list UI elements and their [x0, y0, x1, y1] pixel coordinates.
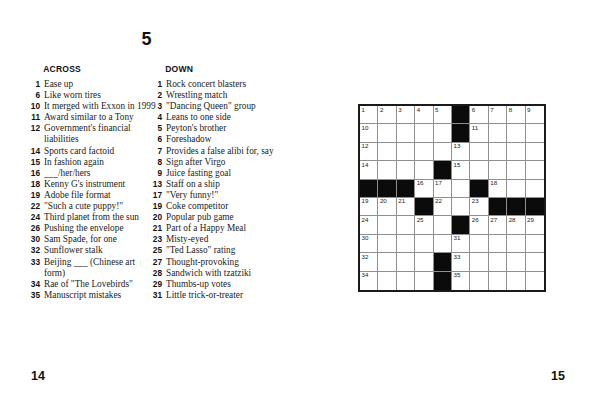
cell-number: 13 [453, 143, 460, 150]
grid-cell-r3c3 [397, 143, 415, 161]
clue-text: Misty-eyed [166, 234, 286, 245]
clue-text: Third planet from the sun [44, 212, 156, 223]
clue-number: 2 [150, 90, 162, 101]
clue-text: Sports card factoid [44, 146, 156, 157]
cell-number: 32 [362, 254, 369, 261]
clue-number: 7 [150, 146, 162, 157]
clue-across-30: 30Sam Spade, for one [28, 234, 158, 245]
clue-text: Manuscript mistakes [44, 290, 156, 301]
clue-down-6: 6Foreshadow [150, 134, 286, 145]
cell-number: 9 [527, 107, 530, 114]
clue-text: Juice fasting goal [166, 168, 286, 179]
grid-cell-r10c7 [470, 272, 488, 290]
clue-down-19: 19Coke competitor [150, 201, 286, 212]
clue-down-28: 28Sandwich with tzatziki [150, 268, 286, 279]
grid-cell-r2c10 [526, 124, 544, 142]
grid-cell-r1c6 [452, 106, 470, 124]
clue-number: 19 [28, 190, 40, 201]
clue-down-20: 20Popular pub game [150, 212, 286, 223]
clue-text: Wrestling match [166, 90, 286, 101]
clue-number: 18 [28, 179, 40, 190]
clue-number: 4 [150, 112, 162, 123]
clue-across-11: 11Award similar to a Tony [28, 112, 158, 123]
grid-cell-r6c9 [507, 198, 525, 216]
grid-cell-r6c5: 22 [434, 198, 452, 216]
cell-number: 21 [398, 198, 405, 205]
down-clues-column: DOWN 1Rock concert blasters2Wrestling ma… [150, 64, 286, 301]
clue-text: ___/her/hers [44, 168, 156, 179]
grid-cell-r6c1: 19 [360, 198, 378, 216]
cell-number: 14 [362, 162, 369, 169]
grid-cell-r5c7 [470, 180, 488, 198]
clue-text: Sunflower stalk [44, 245, 156, 256]
grid-cell-r5c1 [360, 180, 378, 198]
grid-cell-r4c4 [415, 161, 433, 179]
grid-cell-r4c2 [378, 161, 396, 179]
cell-number: 16 [417, 180, 424, 187]
grid-cell-r9c4 [415, 253, 433, 271]
grid-cell-r7c8: 27 [489, 216, 507, 234]
clue-text: Part of a Happy Meal [166, 223, 286, 234]
clue-text: Popular pub game [166, 212, 286, 223]
across-header: ACROSS [28, 64, 152, 74]
cell-number: 27 [490, 217, 497, 224]
clue-text: "Dancing Queen" group [166, 101, 286, 112]
grid-cell-r6c10 [526, 198, 544, 216]
clue-text: Staff on a ship [166, 179, 286, 190]
grid-cell-r10c9 [507, 272, 525, 290]
grid-cell-r3c5 [434, 143, 452, 161]
grid-cell-r3c10 [526, 143, 544, 161]
page-number-left: 14 [31, 369, 45, 383]
clue-across-6: 6Like worn tires [28, 90, 158, 101]
cell-number: 22 [435, 198, 442, 205]
grid-cell-r5c8: 18 [489, 180, 507, 198]
clue-down-4: 4Leans to one side [150, 112, 286, 123]
clue-across-18: 18Kenny G's instrument [28, 179, 158, 190]
cell-number: 12 [362, 143, 369, 150]
grid-cell-r4c3 [397, 161, 415, 179]
grid-cell-r1c5: 5 [434, 106, 452, 124]
grid-cell-r2c3 [397, 124, 415, 142]
grid-cell-r9c10 [526, 253, 544, 271]
grid-cell-r1c10: 9 [526, 106, 544, 124]
cell-number: 26 [472, 217, 479, 224]
clue-number: 16 [28, 168, 40, 179]
clue-number: 22 [28, 201, 40, 212]
grid-cell-r5c2 [378, 180, 396, 198]
clue-across-16: 16___/her/hers [28, 168, 158, 179]
clue-number: 15 [28, 157, 40, 168]
grid-cell-r1c4: 4 [415, 106, 433, 124]
clue-text: In fashion again [44, 157, 156, 168]
grid-cell-r1c7: 6 [470, 106, 488, 124]
clue-across-35: 35Manuscript mistakes [28, 290, 158, 301]
clue-number: 3 [150, 101, 162, 112]
grid-cell-r2c6 [452, 124, 470, 142]
clue-down-21: 21Part of a Happy Meal [150, 223, 286, 234]
grid-cell-r8c4 [415, 235, 433, 253]
clue-across-14: 14Sports card factoid [28, 146, 158, 157]
clue-down-29: 29Thumbs-up votes [150, 279, 286, 290]
grid-cell-r3c2 [378, 143, 396, 161]
grid-cell-r3c4 [415, 143, 433, 161]
clue-text: Sam Spade, for one [44, 234, 156, 245]
grid-cell-r10c10 [526, 272, 544, 290]
grid-cell-r8c3 [397, 235, 415, 253]
clue-text: Rae of "The Lovebirds" [44, 279, 156, 290]
grid-cell-r9c1: 32 [360, 253, 378, 271]
grid-cell-r6c8 [489, 198, 507, 216]
grid-cell-r8c8 [489, 235, 507, 253]
clue-across-26: 26Pushing the envelope [28, 223, 158, 234]
cell-number: 7 [490, 107, 493, 114]
grid-cell-r7c10: 29 [526, 216, 544, 234]
cell-number: 33 [453, 254, 460, 261]
clue-number: 29 [150, 279, 162, 290]
clue-number: 27 [150, 257, 162, 268]
cell-number: 4 [417, 107, 420, 114]
clue-text: Foreshadow [166, 134, 286, 145]
grid-cell-r8c9 [507, 235, 525, 253]
clue-number: 12 [28, 123, 40, 134]
clue-text: Adobe file format [44, 190, 156, 201]
grid-cell-r2c2 [378, 124, 396, 142]
cell-number: 3 [398, 107, 401, 114]
clue-down-23: 23Misty-eyed [150, 234, 286, 245]
cell-number: 35 [453, 272, 460, 279]
grid-cell-r8c5 [434, 235, 452, 253]
cell-number: 10 [362, 125, 369, 132]
clue-number: 10 [28, 101, 40, 112]
grid-cell-r1c8: 7 [489, 106, 507, 124]
cell-number: 15 [453, 162, 460, 169]
clue-across-24: 24Third planet from the sun [28, 212, 158, 223]
clue-down-17: 17"Very funny!" [150, 190, 286, 201]
clue-number: 6 [28, 90, 40, 101]
grid-cell-r2c9 [507, 124, 525, 142]
clue-number: 8 [150, 157, 162, 168]
cell-number: 6 [472, 107, 475, 114]
grid-cell-r3c9 [507, 143, 525, 161]
cell-number: 34 [362, 272, 369, 279]
clue-number: 26 [28, 223, 40, 234]
clue-number: 17 [150, 190, 162, 201]
across-clues-column: ACROSS 1Ease up6Like worn tires10It merg… [28, 64, 158, 301]
clue-text: It merged with Exxon in 1999 [44, 101, 156, 112]
grid-cell-r6c2: 20 [378, 198, 396, 216]
clue-number: 1 [28, 79, 40, 90]
clue-text: Government's financial liabilities [44, 123, 156, 145]
grid-cell-r6c3: 21 [397, 198, 415, 216]
grid-cell-r4c9 [507, 161, 525, 179]
clue-text: Rock concert blasters [166, 79, 286, 90]
grid-cell-r5c3 [397, 180, 415, 198]
grid-cell-r7c4: 25 [415, 216, 433, 234]
grid-cell-r5c9 [507, 180, 525, 198]
grid-cell-r4c10 [526, 161, 544, 179]
clue-text: Thought-provoking [166, 257, 286, 268]
clue-down-7: 7Provides a false alibi for, say [150, 146, 286, 157]
across-clue-list: 1Ease up6Like worn tires10It merged with… [28, 79, 158, 301]
down-clue-list: 1Rock concert blasters2Wrestling match3"… [150, 79, 286, 301]
clue-text: Pushing the envelope [44, 223, 156, 234]
grid-cell-r3c1: 12 [360, 143, 378, 161]
grid-cell-r6c4 [415, 198, 433, 216]
clue-down-25: 25"Ted Lasso" rating [150, 245, 286, 256]
grid-cell-r5c5: 17 [434, 180, 452, 198]
grid-cell-r6c6 [452, 198, 470, 216]
clue-number: 23 [150, 234, 162, 245]
grid-cell-r8c2 [378, 235, 396, 253]
clue-down-5: 5Peyton's brother [150, 123, 286, 134]
grid-cell-r6c7: 23 [470, 198, 488, 216]
grid-cell-r1c9: 8 [507, 106, 525, 124]
grid-cell-r2c8 [489, 124, 507, 142]
clue-down-1: 1Rock concert blasters [150, 79, 286, 90]
grid-cell-r8c1: 30 [360, 235, 378, 253]
cell-number: 8 [509, 107, 512, 114]
grid-cell-r9c6: 33 [452, 253, 470, 271]
clue-text: "Ted Lasso" rating [166, 245, 286, 256]
clue-text: Like worn tires [44, 90, 156, 101]
grid-cell-r7c7: 26 [470, 216, 488, 234]
clue-down-27: 27Thought-provoking [150, 257, 286, 268]
clue-number: 20 [150, 212, 162, 223]
clue-number: 11 [28, 112, 40, 123]
grid-cell-r2c7: 11 [470, 124, 488, 142]
clue-number: 13 [150, 179, 162, 190]
clue-number: 35 [28, 290, 40, 301]
grid-cell-r3c8 [489, 143, 507, 161]
cell-number: 18 [490, 180, 497, 187]
cell-number: 2 [380, 107, 383, 114]
cell-number: 5 [435, 107, 438, 114]
clue-across-10: 10It merged with Exxon in 1999 [28, 101, 158, 112]
grid-cell-r7c6 [452, 216, 470, 234]
grid-cell-r7c3 [397, 216, 415, 234]
cell-number: 17 [435, 180, 442, 187]
grid-cell-r9c8 [489, 253, 507, 271]
grid-cell-r4c1: 14 [360, 161, 378, 179]
grid-cell-r9c2 [378, 253, 396, 271]
clue-down-8: 8Sign after Virgo [150, 157, 286, 168]
cell-number: 29 [527, 217, 534, 224]
page-number-right: 15 [551, 369, 565, 383]
grid-cell-r9c9 [507, 253, 525, 271]
grid-cell-r5c4: 16 [415, 180, 433, 198]
clue-text: Thumbs-up votes [166, 279, 286, 290]
clue-number: 34 [28, 279, 40, 290]
clue-across-34: 34Rae of "The Lovebirds" [28, 279, 158, 290]
cell-number: 11 [472, 125, 478, 132]
clue-across-1: 1Ease up [28, 79, 158, 90]
grid-cell-r4c8 [489, 161, 507, 179]
cell-number: 24 [362, 217, 369, 224]
clue-text: Peyton's brother [166, 123, 286, 134]
grid-cell-r8c10 [526, 235, 544, 253]
crossword-grid: 1234567891011121314151617181920212223242… [358, 104, 546, 292]
clue-number: 5 [150, 123, 162, 134]
clue-text: Kenny G's instrument [44, 179, 156, 190]
clue-down-3: 3"Dancing Queen" group [150, 101, 286, 112]
grid-cell-r4c6: 15 [452, 161, 470, 179]
clue-text: Little trick-or-treater [166, 290, 286, 301]
grid-cell-r1c1: 1 [360, 106, 378, 124]
clue-number: 31 [150, 290, 162, 301]
clue-number: 32 [28, 245, 40, 256]
grid-cell-r9c5 [434, 253, 452, 271]
clue-text: Sign after Virgo [166, 157, 286, 168]
grid-cell-r2c5 [434, 124, 452, 142]
clue-number: 1 [150, 79, 162, 90]
clue-text: Sandwich with tzatziki [166, 268, 286, 279]
clue-number: 19 [150, 201, 162, 212]
cell-number: 31 [453, 235, 460, 242]
grid-cell-r10c2 [378, 272, 396, 290]
clue-down-2: 2Wrestling match [150, 90, 286, 101]
grid-cell-r3c6: 13 [452, 143, 470, 161]
grid-cell-r7c1: 24 [360, 216, 378, 234]
cell-number: 30 [362, 235, 369, 242]
clue-number: 28 [150, 268, 162, 279]
grid-cell-r3c7 [470, 143, 488, 161]
clue-text: "Such a cute puppy!" [44, 201, 156, 212]
grid-cell-r2c1: 10 [360, 124, 378, 142]
cell-number: 1 [362, 107, 365, 114]
down-header: DOWN [150, 64, 279, 74]
clue-down-13: 13Staff on a ship [150, 179, 286, 190]
clue-text: Leans to one side [166, 112, 286, 123]
grid-cell-r7c5 [434, 216, 452, 234]
grid-cell-r10c3 [397, 272, 415, 290]
clue-across-22: 22"Such a cute puppy!" [28, 201, 158, 212]
grid-cell-r1c3: 3 [397, 106, 415, 124]
clue-text: "Very funny!" [166, 190, 286, 201]
grid-cell-r10c8 [489, 272, 507, 290]
grid-cell-r8c6: 31 [452, 235, 470, 253]
cell-number: 19 [362, 198, 369, 205]
clue-down-31: 31Little trick-or-treater [150, 290, 286, 301]
cell-number: 23 [472, 198, 479, 205]
grid-cell-r10c1: 34 [360, 272, 378, 290]
clue-text: Award similar to a Tony [44, 112, 156, 123]
grid-cell-r4c5 [434, 161, 452, 179]
clue-number: 30 [28, 234, 40, 245]
grid-cell-r7c2 [378, 216, 396, 234]
clue-number: 6 [150, 134, 162, 145]
grid-cell-r4c7 [470, 161, 488, 179]
grid-cell-r8c7 [470, 235, 488, 253]
grid-cell-r10c5 [434, 272, 452, 290]
clue-number: 9 [150, 168, 162, 179]
clue-number: 33 [28, 257, 40, 268]
clue-number: 21 [150, 223, 162, 234]
grid-cell-r9c7 [470, 253, 488, 271]
grid-cell-r10c4 [415, 272, 433, 290]
clue-down-9: 9Juice fasting goal [150, 168, 286, 179]
clue-text: Coke competitor [166, 201, 286, 212]
clue-across-15: 15In fashion again [28, 157, 158, 168]
clue-number: 24 [28, 212, 40, 223]
cell-number: 20 [380, 198, 387, 205]
clue-number: 25 [150, 245, 162, 256]
grid-cell-r10c6: 35 [452, 272, 470, 290]
cell-number: 25 [417, 217, 424, 224]
clue-across-32: 32Sunflower stalk [28, 245, 158, 256]
grid-cell-r1c2: 2 [378, 106, 396, 124]
clue-across-12: 12Government's financial liabilities [28, 123, 158, 145]
clue-text: Beijing ___ (Chinese art form) [44, 257, 156, 279]
grid-cell-r2c4 [415, 124, 433, 142]
grid-cell-r5c10 [526, 180, 544, 198]
clue-across-19: 19Adobe file format [28, 190, 158, 201]
puzzle-number: 5 [0, 29, 293, 50]
cell-number: 28 [509, 217, 516, 224]
clue-text: Ease up [44, 79, 156, 90]
grid-cell-r5c6 [452, 180, 470, 198]
grid-cell-r7c9: 28 [507, 216, 525, 234]
clue-across-33: 33Beijing ___ (Chinese art form) [28, 257, 158, 279]
clue-number: 14 [28, 146, 40, 157]
grid-cell-r9c3 [397, 253, 415, 271]
clue-text: Provides a false alibi for, say [166, 146, 286, 157]
